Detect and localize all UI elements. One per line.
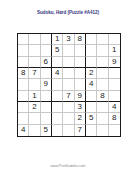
sudoku-cell xyxy=(86,34,97,45)
sudoku-cell xyxy=(41,113,52,124)
sudoku-cell xyxy=(29,45,40,56)
sudoku-cell xyxy=(97,79,108,90)
sudoku-cell: 9 xyxy=(75,91,86,102)
sudoku-board: 13851698742941798234258457 xyxy=(17,33,121,137)
sudoku-cell xyxy=(41,91,52,102)
sudoku-cell xyxy=(29,113,40,124)
sudoku-cell xyxy=(18,102,29,113)
sudoku-cell xyxy=(109,79,120,90)
sudoku-cell xyxy=(18,45,29,56)
sudoku-cell: 8 xyxy=(109,113,120,124)
sudoku-cell: 6 xyxy=(41,57,52,68)
sudoku-cell: 1 xyxy=(109,45,120,56)
sudoku-cell: 8 xyxy=(97,91,108,102)
sudoku-cell xyxy=(63,45,74,56)
sudoku-cell xyxy=(63,57,74,68)
sudoku-cell xyxy=(75,45,86,56)
sudoku-cell xyxy=(18,34,29,45)
sudoku-cell: 7 xyxy=(63,91,74,102)
sudoku-cell: 1 xyxy=(52,34,63,45)
sudoku-cell xyxy=(52,91,63,102)
sudoku-cell xyxy=(29,79,40,90)
sudoku-cell xyxy=(52,57,63,68)
sudoku-page: Sudoku, Hard (Puzzle #A412) 138516987429… xyxy=(0,0,136,176)
sudoku-cell: 4 xyxy=(52,68,63,79)
sudoku-cell xyxy=(109,34,120,45)
sudoku-cell: 5 xyxy=(52,45,63,56)
sudoku-cell: 9 xyxy=(41,79,52,90)
sudoku-cell xyxy=(63,79,74,90)
sudoku-cell xyxy=(29,57,40,68)
sudoku-cell xyxy=(109,125,120,136)
sudoku-cell: 5 xyxy=(41,125,52,136)
sudoku-cell: 1 xyxy=(29,91,40,102)
sudoku-cell xyxy=(97,68,108,79)
sudoku-cell xyxy=(41,102,52,113)
sudoku-cell xyxy=(75,79,86,90)
sudoku-cell xyxy=(63,125,74,136)
sudoku-cell xyxy=(41,45,52,56)
sudoku-cell xyxy=(52,125,63,136)
sudoku-cell xyxy=(86,91,97,102)
sudoku-cell xyxy=(63,68,74,79)
sudoku-cell xyxy=(86,57,97,68)
puzzle-title: Sudoku, Hard (Puzzle #A412) xyxy=(0,10,136,15)
sudoku-cell xyxy=(109,91,120,102)
sudoku-cell xyxy=(18,57,29,68)
sudoku-cell: 3 xyxy=(63,34,74,45)
sudoku-cell: 5 xyxy=(86,113,97,124)
sudoku-cell: 8 xyxy=(18,68,29,79)
sudoku-cell: 4 xyxy=(18,125,29,136)
sudoku-cell: 4 xyxy=(109,102,120,113)
sudoku-cell: 2 xyxy=(29,102,40,113)
sudoku-cell xyxy=(86,125,97,136)
sudoku-cell xyxy=(97,34,108,45)
sudoku-cell xyxy=(41,34,52,45)
sudoku-cell xyxy=(41,68,52,79)
sudoku-cell xyxy=(18,113,29,124)
sudoku-cell xyxy=(109,68,120,79)
sudoku-cell xyxy=(97,45,108,56)
sudoku-cell: 8 xyxy=(75,34,86,45)
sudoku-cell: 7 xyxy=(75,125,86,136)
footer-url: www.PrintSudoku.com xyxy=(0,164,136,168)
sudoku-cell: 2 xyxy=(86,68,97,79)
sudoku-cell: 7 xyxy=(29,68,40,79)
sudoku-cell xyxy=(18,91,29,102)
sudoku-cell xyxy=(63,102,74,113)
sudoku-cell xyxy=(97,113,108,124)
sudoku-cell xyxy=(75,57,86,68)
sudoku-cell xyxy=(97,57,108,68)
sudoku-cell xyxy=(52,102,63,113)
sudoku-cell xyxy=(29,125,40,136)
sudoku-cell xyxy=(18,79,29,90)
sudoku-cell xyxy=(52,113,63,124)
sudoku-cell: 3 xyxy=(75,102,86,113)
sudoku-cell xyxy=(97,125,108,136)
sudoku-cell xyxy=(97,102,108,113)
sudoku-cell xyxy=(29,34,40,45)
sudoku-cell xyxy=(86,102,97,113)
sudoku-cell xyxy=(75,68,86,79)
sudoku-cell xyxy=(63,113,74,124)
sudoku-cell: 2 xyxy=(75,113,86,124)
sudoku-cell xyxy=(86,45,97,56)
sudoku-cell xyxy=(52,79,63,90)
sudoku-cell: 9 xyxy=(109,57,120,68)
sudoku-cell: 4 xyxy=(86,79,97,90)
